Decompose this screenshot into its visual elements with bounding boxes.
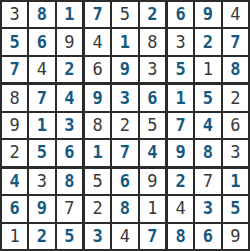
sudoku-cell-r3c7[interactable]: 5 xyxy=(168,57,193,82)
sudoku-cell-r2c2[interactable]: 6 xyxy=(29,29,54,54)
sudoku-box-7: 438697125 xyxy=(2,169,82,249)
sudoku-cell-r4c3[interactable]: 4 xyxy=(57,85,82,110)
sudoku-cell-r5c4[interactable]: 8 xyxy=(85,113,110,138)
sudoku-cell-r8c9[interactable]: 5 xyxy=(223,196,248,221)
sudoku-box-2: 752418693 xyxy=(85,2,165,82)
sudoku-cell-r1c4[interactable]: 7 xyxy=(85,2,110,27)
sudoku-cell-r4c6[interactable]: 6 xyxy=(140,85,165,110)
sudoku-cell-r6c5[interactable]: 7 xyxy=(112,140,137,165)
sudoku-cell-r6c2[interactable]: 5 xyxy=(29,140,54,165)
sudoku-cell-r7c8[interactable]: 7 xyxy=(195,169,220,194)
sudoku-cell-r2c9[interactable]: 7 xyxy=(223,29,248,54)
sudoku-cell-r7c2[interactable]: 3 xyxy=(29,169,54,194)
sudoku-cell-r5c6[interactable]: 5 xyxy=(140,113,165,138)
sudoku-cell-r3c5[interactable]: 9 xyxy=(112,57,137,82)
sudoku-cell-r9c6[interactable]: 7 xyxy=(140,224,165,249)
sudoku-cell-r2c5[interactable]: 1 xyxy=(112,29,137,54)
sudoku-cell-r7c3[interactable]: 8 xyxy=(57,169,82,194)
sudoku-cell-r6c8[interactable]: 8 xyxy=(195,140,220,165)
sudoku-cell-r2c8[interactable]: 2 xyxy=(195,29,220,54)
sudoku-cell-r9c8[interactable]: 6 xyxy=(195,224,220,249)
sudoku-cell-r3c2[interactable]: 4 xyxy=(29,57,54,82)
sudoku-cell-r7c1[interactable]: 4 xyxy=(2,169,27,194)
sudoku-cell-r1c7[interactable]: 6 xyxy=(168,2,193,27)
sudoku-cell-r5c1[interactable]: 9 xyxy=(2,113,27,138)
sudoku-cell-r9c9[interactable]: 9 xyxy=(223,224,248,249)
sudoku-cell-r6c1[interactable]: 2 xyxy=(2,140,27,165)
sudoku-cell-r4c1[interactable]: 8 xyxy=(2,85,27,110)
sudoku-cell-r8c2[interactable]: 9 xyxy=(29,196,54,221)
sudoku-cell-r2c7[interactable]: 3 xyxy=(168,29,193,54)
sudoku-cell-r5c2[interactable]: 1 xyxy=(29,113,54,138)
sudoku-cell-r1c9[interactable]: 4 xyxy=(223,2,248,27)
sudoku-box-8: 569281347 xyxy=(85,169,165,249)
sudoku-cell-r9c4[interactable]: 3 xyxy=(85,224,110,249)
sudoku-cell-r7c9[interactable]: 1 xyxy=(223,169,248,194)
sudoku-cell-r2c6[interactable]: 8 xyxy=(140,29,165,54)
sudoku-cell-r4c4[interactable]: 9 xyxy=(85,85,110,110)
sudoku-cell-r6c7[interactable]: 9 xyxy=(168,140,193,165)
sudoku-cell-r4c7[interactable]: 1 xyxy=(168,85,193,110)
sudoku-cell-r9c2[interactable]: 2 xyxy=(29,224,54,249)
sudoku-box-6: 152746983 xyxy=(168,85,248,165)
sudoku-cell-r4c2[interactable]: 7 xyxy=(29,85,54,110)
sudoku-cell-r5c3[interactable]: 3 xyxy=(57,113,82,138)
sudoku-cell-r4c8[interactable]: 5 xyxy=(195,85,220,110)
sudoku-cell-r2c1[interactable]: 5 xyxy=(2,29,27,54)
sudoku-cell-r3c8[interactable]: 1 xyxy=(195,57,220,82)
sudoku-cell-r1c6[interactable]: 2 xyxy=(140,2,165,27)
sudoku-cell-r8c1[interactable]: 6 xyxy=(2,196,27,221)
sudoku-box-3: 694327518 xyxy=(168,2,248,82)
sudoku-box-1: 381569742 xyxy=(2,2,82,82)
sudoku-cell-r8c3[interactable]: 7 xyxy=(57,196,82,221)
sudoku-cell-r9c3[interactable]: 5 xyxy=(57,224,82,249)
sudoku-cell-r9c5[interactable]: 4 xyxy=(112,224,137,249)
sudoku-cell-r4c5[interactable]: 3 xyxy=(112,85,137,110)
sudoku-cell-r9c1[interactable]: 1 xyxy=(2,224,27,249)
sudoku-cell-r1c8[interactable]: 9 xyxy=(195,2,220,27)
sudoku-cell-r1c1[interactable]: 3 xyxy=(2,2,27,27)
sudoku-cell-r8c6[interactable]: 1 xyxy=(140,196,165,221)
sudoku-cell-r5c9[interactable]: 6 xyxy=(223,113,248,138)
sudoku-cell-r6c4[interactable]: 1 xyxy=(85,140,110,165)
sudoku-board: 3815697427524186936943275188749132569368… xyxy=(0,0,250,251)
sudoku-cell-r7c4[interactable]: 5 xyxy=(85,169,110,194)
sudoku-cell-r6c6[interactable]: 4 xyxy=(140,140,165,165)
sudoku-cell-r3c9[interactable]: 8 xyxy=(223,57,248,82)
sudoku-cell-r2c4[interactable]: 4 xyxy=(85,29,110,54)
sudoku-cell-r6c9[interactable]: 3 xyxy=(223,140,248,165)
sudoku-cell-r5c7[interactable]: 7 xyxy=(168,113,193,138)
sudoku-cell-r7c7[interactable]: 2 xyxy=(168,169,193,194)
sudoku-cell-r3c4[interactable]: 6 xyxy=(85,57,110,82)
sudoku-cell-r2c3[interactable]: 9 xyxy=(57,29,82,54)
sudoku-cell-r9c7[interactable]: 8 xyxy=(168,224,193,249)
sudoku-cell-r5c8[interactable]: 4 xyxy=(195,113,220,138)
sudoku-cell-r1c3[interactable]: 1 xyxy=(57,2,82,27)
sudoku-cell-r6c3[interactable]: 6 xyxy=(57,140,82,165)
sudoku-cell-r8c5[interactable]: 8 xyxy=(112,196,137,221)
sudoku-cell-r5c5[interactable]: 2 xyxy=(112,113,137,138)
sudoku-cell-r1c5[interactable]: 5 xyxy=(112,2,137,27)
sudoku-cell-r8c7[interactable]: 4 xyxy=(168,196,193,221)
sudoku-box-5: 936825174 xyxy=(85,85,165,165)
sudoku-cell-r3c1[interactable]: 7 xyxy=(2,57,27,82)
sudoku-cell-r3c6[interactable]: 3 xyxy=(140,57,165,82)
sudoku-cell-r1c2[interactable]: 8 xyxy=(29,2,54,27)
sudoku-cell-r3c3[interactable]: 2 xyxy=(57,57,82,82)
sudoku-cell-r7c6[interactable]: 9 xyxy=(140,169,165,194)
sudoku-box-9: 271435869 xyxy=(168,169,248,249)
sudoku-cell-r8c4[interactable]: 2 xyxy=(85,196,110,221)
sudoku-cell-r8c8[interactable]: 3 xyxy=(195,196,220,221)
sudoku-cell-r4c9[interactable]: 2 xyxy=(223,85,248,110)
sudoku-cell-r7c5[interactable]: 6 xyxy=(112,169,137,194)
sudoku-box-4: 874913256 xyxy=(2,85,82,165)
